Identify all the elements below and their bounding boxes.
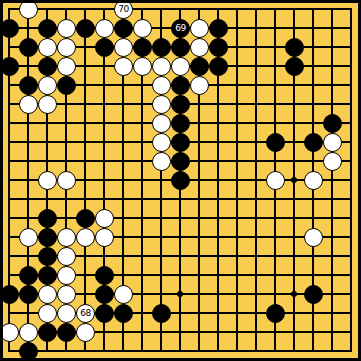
- board-point[interactable]: [209, 342, 228, 361]
- board-point[interactable]: [266, 323, 285, 342]
- board-point[interactable]: [323, 228, 342, 247]
- board-point[interactable]: [95, 266, 114, 285]
- board-point[interactable]: [209, 285, 228, 304]
- board-point[interactable]: [95, 114, 114, 133]
- board-point[interactable]: [247, 209, 266, 228]
- board-point[interactable]: [38, 95, 57, 114]
- board-point[interactable]: [304, 19, 323, 38]
- board-point[interactable]: [95, 152, 114, 171]
- board-point[interactable]: [38, 19, 57, 38]
- board-point[interactable]: [95, 285, 114, 304]
- board-point[interactable]: [19, 133, 38, 152]
- board-point[interactable]: [323, 285, 342, 304]
- board-point[interactable]: [133, 76, 152, 95]
- board-point[interactable]: [76, 228, 95, 247]
- board-point[interactable]: [114, 171, 133, 190]
- board-point[interactable]: [38, 304, 57, 323]
- board-point[interactable]: [38, 266, 57, 285]
- board-point[interactable]: [76, 76, 95, 95]
- board-point[interactable]: [171, 342, 190, 361]
- board-point[interactable]: [0, 95, 19, 114]
- board-point[interactable]: [342, 57, 361, 76]
- board-point[interactable]: [152, 133, 171, 152]
- board-point[interactable]: [152, 114, 171, 133]
- board-point[interactable]: [304, 247, 323, 266]
- board-point[interactable]: [323, 114, 342, 133]
- board-point[interactable]: [304, 171, 323, 190]
- board-point[interactable]: [76, 133, 95, 152]
- board-point[interactable]: [57, 19, 76, 38]
- board-point[interactable]: [190, 209, 209, 228]
- board-point[interactable]: [209, 190, 228, 209]
- board-point[interactable]: [38, 228, 57, 247]
- board-point[interactable]: [57, 152, 76, 171]
- board-point[interactable]: [342, 38, 361, 57]
- board-point[interactable]: [133, 95, 152, 114]
- board-point[interactable]: [266, 76, 285, 95]
- board-point[interactable]: [76, 152, 95, 171]
- board-point[interactable]: [323, 133, 342, 152]
- board-point[interactable]: [152, 247, 171, 266]
- board-point[interactable]: [152, 304, 171, 323]
- board-point[interactable]: [228, 285, 247, 304]
- board-point[interactable]: [266, 114, 285, 133]
- board-point[interactable]: 70: [114, 0, 133, 19]
- board-point[interactable]: [209, 38, 228, 57]
- board-point[interactable]: [285, 266, 304, 285]
- board-point[interactable]: [247, 133, 266, 152]
- board-point[interactable]: [152, 76, 171, 95]
- board-point[interactable]: [342, 152, 361, 171]
- board-point[interactable]: [95, 19, 114, 38]
- board-point[interactable]: [190, 285, 209, 304]
- board-point[interactable]: [57, 266, 76, 285]
- board-point[interactable]: [76, 19, 95, 38]
- board-point[interactable]: [95, 190, 114, 209]
- board-point[interactable]: [76, 57, 95, 76]
- board-point[interactable]: [247, 0, 266, 19]
- board-point[interactable]: [0, 76, 19, 95]
- board-point[interactable]: [190, 190, 209, 209]
- board-point[interactable]: [323, 38, 342, 57]
- board-point[interactable]: [133, 57, 152, 76]
- board-point[interactable]: [95, 304, 114, 323]
- board-point[interactable]: [190, 38, 209, 57]
- board-point[interactable]: [19, 266, 38, 285]
- board-point[interactable]: [209, 304, 228, 323]
- board-point[interactable]: [323, 0, 342, 19]
- board-point[interactable]: [76, 247, 95, 266]
- board-point[interactable]: [95, 133, 114, 152]
- board-point[interactable]: [266, 342, 285, 361]
- board-point[interactable]: [171, 38, 190, 57]
- board-point[interactable]: [342, 342, 361, 361]
- board-point[interactable]: [304, 285, 323, 304]
- board-point[interactable]: [171, 304, 190, 323]
- board-point[interactable]: [19, 152, 38, 171]
- board-point[interactable]: [247, 171, 266, 190]
- board-point[interactable]: [266, 266, 285, 285]
- board-point[interactable]: [152, 285, 171, 304]
- board-point[interactable]: [247, 190, 266, 209]
- board-point[interactable]: [57, 171, 76, 190]
- board-point[interactable]: [190, 19, 209, 38]
- board-point[interactable]: [38, 247, 57, 266]
- board-point[interactable]: [285, 228, 304, 247]
- board-point[interactable]: [76, 114, 95, 133]
- board-point[interactable]: [76, 95, 95, 114]
- board-point[interactable]: [57, 285, 76, 304]
- board-point[interactable]: [171, 114, 190, 133]
- board-point[interactable]: [190, 95, 209, 114]
- board-point[interactable]: [0, 247, 19, 266]
- board-point[interactable]: [76, 285, 95, 304]
- board-point[interactable]: [171, 228, 190, 247]
- board-point[interactable]: [304, 266, 323, 285]
- board-point[interactable]: [38, 209, 57, 228]
- board-point[interactable]: [190, 323, 209, 342]
- board-point[interactable]: [228, 190, 247, 209]
- board-point[interactable]: [247, 285, 266, 304]
- board-point[interactable]: [266, 133, 285, 152]
- board-point[interactable]: [209, 114, 228, 133]
- board-point[interactable]: [171, 133, 190, 152]
- board-point[interactable]: [342, 133, 361, 152]
- board-point[interactable]: [266, 285, 285, 304]
- board-point[interactable]: [285, 342, 304, 361]
- board-point[interactable]: [285, 304, 304, 323]
- board-point[interactable]: [0, 342, 19, 361]
- board-point[interactable]: [228, 342, 247, 361]
- board-point[interactable]: [171, 76, 190, 95]
- board-point[interactable]: [152, 19, 171, 38]
- board-point[interactable]: [95, 57, 114, 76]
- board-point[interactable]: [133, 228, 152, 247]
- board-point[interactable]: [114, 133, 133, 152]
- board-point[interactable]: [76, 342, 95, 361]
- board-point[interactable]: [228, 114, 247, 133]
- board-point[interactable]: [38, 171, 57, 190]
- board-point[interactable]: [152, 0, 171, 19]
- board-point[interactable]: [285, 38, 304, 57]
- board-point[interactable]: [95, 95, 114, 114]
- board-point[interactable]: [114, 323, 133, 342]
- board-point[interactable]: [228, 152, 247, 171]
- board-point[interactable]: [247, 114, 266, 133]
- board-point[interactable]: [171, 323, 190, 342]
- board-point[interactable]: [209, 95, 228, 114]
- board-point[interactable]: [171, 171, 190, 190]
- board-point[interactable]: [266, 190, 285, 209]
- board-point[interactable]: [209, 266, 228, 285]
- board-point[interactable]: [266, 38, 285, 57]
- board-point[interactable]: [19, 114, 38, 133]
- board-point[interactable]: [152, 171, 171, 190]
- board-point[interactable]: [152, 323, 171, 342]
- board-point[interactable]: [228, 171, 247, 190]
- board-point[interactable]: [342, 285, 361, 304]
- board-point[interactable]: [133, 133, 152, 152]
- board-point[interactable]: [342, 171, 361, 190]
- board-point[interactable]: [247, 266, 266, 285]
- board-point[interactable]: [95, 228, 114, 247]
- board-point[interactable]: [0, 209, 19, 228]
- board-point[interactable]: [19, 285, 38, 304]
- board-point[interactable]: [171, 247, 190, 266]
- board-point[interactable]: [19, 0, 38, 19]
- board-point[interactable]: [342, 95, 361, 114]
- board-point[interactable]: [190, 0, 209, 19]
- board-point[interactable]: [323, 209, 342, 228]
- board-point[interactable]: [228, 76, 247, 95]
- board-point[interactable]: [266, 152, 285, 171]
- board-point[interactable]: [133, 19, 152, 38]
- board-point[interactable]: [152, 190, 171, 209]
- board-point[interactable]: [209, 76, 228, 95]
- board-point[interactable]: [209, 209, 228, 228]
- board-point[interactable]: [190, 152, 209, 171]
- board-point[interactable]: [228, 323, 247, 342]
- board-point[interactable]: [323, 76, 342, 95]
- board-point[interactable]: [38, 323, 57, 342]
- board-point[interactable]: [323, 247, 342, 266]
- board-point[interactable]: [57, 247, 76, 266]
- board-point[interactable]: 69: [171, 19, 190, 38]
- board-point[interactable]: [304, 209, 323, 228]
- board-point[interactable]: [95, 171, 114, 190]
- board-point[interactable]: [19, 323, 38, 342]
- board-point[interactable]: [76, 266, 95, 285]
- board-point[interactable]: [342, 304, 361, 323]
- board-point[interactable]: [95, 209, 114, 228]
- board-point[interactable]: [285, 57, 304, 76]
- board-point[interactable]: [0, 285, 19, 304]
- board-point[interactable]: [0, 114, 19, 133]
- board-point[interactable]: [133, 323, 152, 342]
- board-point[interactable]: [304, 304, 323, 323]
- board-point[interactable]: [323, 323, 342, 342]
- board-point[interactable]: [133, 342, 152, 361]
- board-point[interactable]: [57, 304, 76, 323]
- board-point[interactable]: [285, 171, 304, 190]
- board-point[interactable]: [285, 323, 304, 342]
- board-point[interactable]: [114, 19, 133, 38]
- board-point[interactable]: [0, 304, 19, 323]
- board-point[interactable]: [304, 38, 323, 57]
- board-point[interactable]: [57, 342, 76, 361]
- board-point[interactable]: [304, 190, 323, 209]
- board-point[interactable]: [209, 228, 228, 247]
- board-point[interactable]: [19, 209, 38, 228]
- board-point[interactable]: [0, 323, 19, 342]
- board-point[interactable]: [247, 152, 266, 171]
- board-point[interactable]: [285, 152, 304, 171]
- board-point[interactable]: [190, 342, 209, 361]
- board-point[interactable]: [171, 285, 190, 304]
- board-point[interactable]: [114, 114, 133, 133]
- board-point[interactable]: [342, 190, 361, 209]
- board-point[interactable]: [342, 19, 361, 38]
- board-point[interactable]: [0, 0, 19, 19]
- board-point[interactable]: [209, 171, 228, 190]
- board-point[interactable]: [19, 19, 38, 38]
- board-point[interactable]: [304, 95, 323, 114]
- board-point[interactable]: [0, 190, 19, 209]
- board-point[interactable]: [266, 247, 285, 266]
- board-point[interactable]: [38, 133, 57, 152]
- board-point[interactable]: [152, 228, 171, 247]
- board-point[interactable]: [247, 323, 266, 342]
- board-point[interactable]: [323, 19, 342, 38]
- board-point[interactable]: [266, 19, 285, 38]
- board-point[interactable]: [133, 266, 152, 285]
- board-point[interactable]: [342, 266, 361, 285]
- board-point[interactable]: [114, 342, 133, 361]
- board-point[interactable]: [114, 38, 133, 57]
- board-point[interactable]: [133, 171, 152, 190]
- board-point[interactable]: [342, 323, 361, 342]
- board-point[interactable]: [19, 76, 38, 95]
- board-point[interactable]: [247, 38, 266, 57]
- board-point[interactable]: [133, 152, 152, 171]
- board-point[interactable]: [38, 152, 57, 171]
- board-point[interactable]: [304, 114, 323, 133]
- board-point[interactable]: [190, 266, 209, 285]
- board-point[interactable]: [152, 38, 171, 57]
- board-point[interactable]: [285, 95, 304, 114]
- board-point[interactable]: 68: [76, 304, 95, 323]
- board-point[interactable]: [114, 285, 133, 304]
- board-point[interactable]: [304, 76, 323, 95]
- board-point[interactable]: [266, 57, 285, 76]
- board-point[interactable]: [0, 57, 19, 76]
- board-point[interactable]: [247, 19, 266, 38]
- board-point[interactable]: [171, 266, 190, 285]
- board-point[interactable]: [171, 152, 190, 171]
- board-point[interactable]: [266, 95, 285, 114]
- board-point[interactable]: [38, 114, 57, 133]
- board-point[interactable]: [19, 228, 38, 247]
- board-point[interactable]: [304, 323, 323, 342]
- board-point[interactable]: [171, 209, 190, 228]
- board-point[interactable]: [190, 247, 209, 266]
- board-point[interactable]: [209, 133, 228, 152]
- board-point[interactable]: [114, 152, 133, 171]
- board-point[interactable]: [285, 190, 304, 209]
- board-point[interactable]: [95, 76, 114, 95]
- board-point[interactable]: [57, 190, 76, 209]
- board-point[interactable]: [228, 247, 247, 266]
- board-point[interactable]: [0, 266, 19, 285]
- board-point[interactable]: [152, 95, 171, 114]
- board-point[interactable]: [0, 38, 19, 57]
- board-point[interactable]: [247, 95, 266, 114]
- board-point[interactable]: [152, 342, 171, 361]
- board-point[interactable]: [304, 133, 323, 152]
- board-point[interactable]: [228, 19, 247, 38]
- board-point[interactable]: [266, 209, 285, 228]
- board-point[interactable]: [228, 133, 247, 152]
- board-point[interactable]: [133, 38, 152, 57]
- board-point[interactable]: [95, 247, 114, 266]
- board-point[interactable]: [304, 57, 323, 76]
- board-point[interactable]: [285, 209, 304, 228]
- board-point[interactable]: [285, 133, 304, 152]
- board-point[interactable]: [285, 114, 304, 133]
- board-point[interactable]: [19, 304, 38, 323]
- board-point[interactable]: [190, 228, 209, 247]
- board-point[interactable]: [342, 0, 361, 19]
- board-point[interactable]: [190, 76, 209, 95]
- board-point[interactable]: [114, 266, 133, 285]
- board-point[interactable]: [76, 323, 95, 342]
- board-point[interactable]: [323, 190, 342, 209]
- board-point[interactable]: [38, 57, 57, 76]
- board-point[interactable]: [0, 152, 19, 171]
- board-point[interactable]: [304, 152, 323, 171]
- board-point[interactable]: [0, 133, 19, 152]
- board-point[interactable]: [228, 38, 247, 57]
- board-point[interactable]: [171, 0, 190, 19]
- board-point[interactable]: [38, 38, 57, 57]
- board-point[interactable]: [304, 0, 323, 19]
- board-point[interactable]: [19, 95, 38, 114]
- board-point[interactable]: [19, 171, 38, 190]
- board-point[interactable]: [76, 190, 95, 209]
- board-point[interactable]: [76, 209, 95, 228]
- board-point[interactable]: [38, 342, 57, 361]
- board-point[interactable]: [228, 57, 247, 76]
- board-point[interactable]: [95, 0, 114, 19]
- board-point[interactable]: [133, 190, 152, 209]
- board-point[interactable]: [114, 209, 133, 228]
- board-point[interactable]: [76, 38, 95, 57]
- board-point[interactable]: [19, 342, 38, 361]
- board-point[interactable]: [266, 304, 285, 323]
- board-point[interactable]: [342, 228, 361, 247]
- board-point[interactable]: [0, 171, 19, 190]
- board-point[interactable]: [133, 209, 152, 228]
- board-point[interactable]: [57, 323, 76, 342]
- board-point[interactable]: [38, 285, 57, 304]
- board-point[interactable]: [190, 114, 209, 133]
- board-point[interactable]: [152, 57, 171, 76]
- board-point[interactable]: [342, 209, 361, 228]
- board-point[interactable]: [285, 19, 304, 38]
- board-point[interactable]: [57, 38, 76, 57]
- board-point[interactable]: [190, 171, 209, 190]
- board-point[interactable]: [171, 190, 190, 209]
- board-point[interactable]: [228, 304, 247, 323]
- board-point[interactable]: [228, 0, 247, 19]
- board-point[interactable]: [247, 228, 266, 247]
- board-point[interactable]: [342, 76, 361, 95]
- board-point[interactable]: [247, 76, 266, 95]
- board-point[interactable]: [285, 247, 304, 266]
- board-point[interactable]: [114, 57, 133, 76]
- board-point[interactable]: [57, 133, 76, 152]
- board-point[interactable]: [114, 190, 133, 209]
- board-point[interactable]: [57, 76, 76, 95]
- board-point[interactable]: [323, 342, 342, 361]
- board-point[interactable]: [114, 228, 133, 247]
- board-point[interactable]: [152, 152, 171, 171]
- board-point[interactable]: [209, 152, 228, 171]
- board-point[interactable]: [0, 228, 19, 247]
- board-point[interactable]: [57, 114, 76, 133]
- board-point[interactable]: [304, 342, 323, 361]
- board-point[interactable]: [266, 0, 285, 19]
